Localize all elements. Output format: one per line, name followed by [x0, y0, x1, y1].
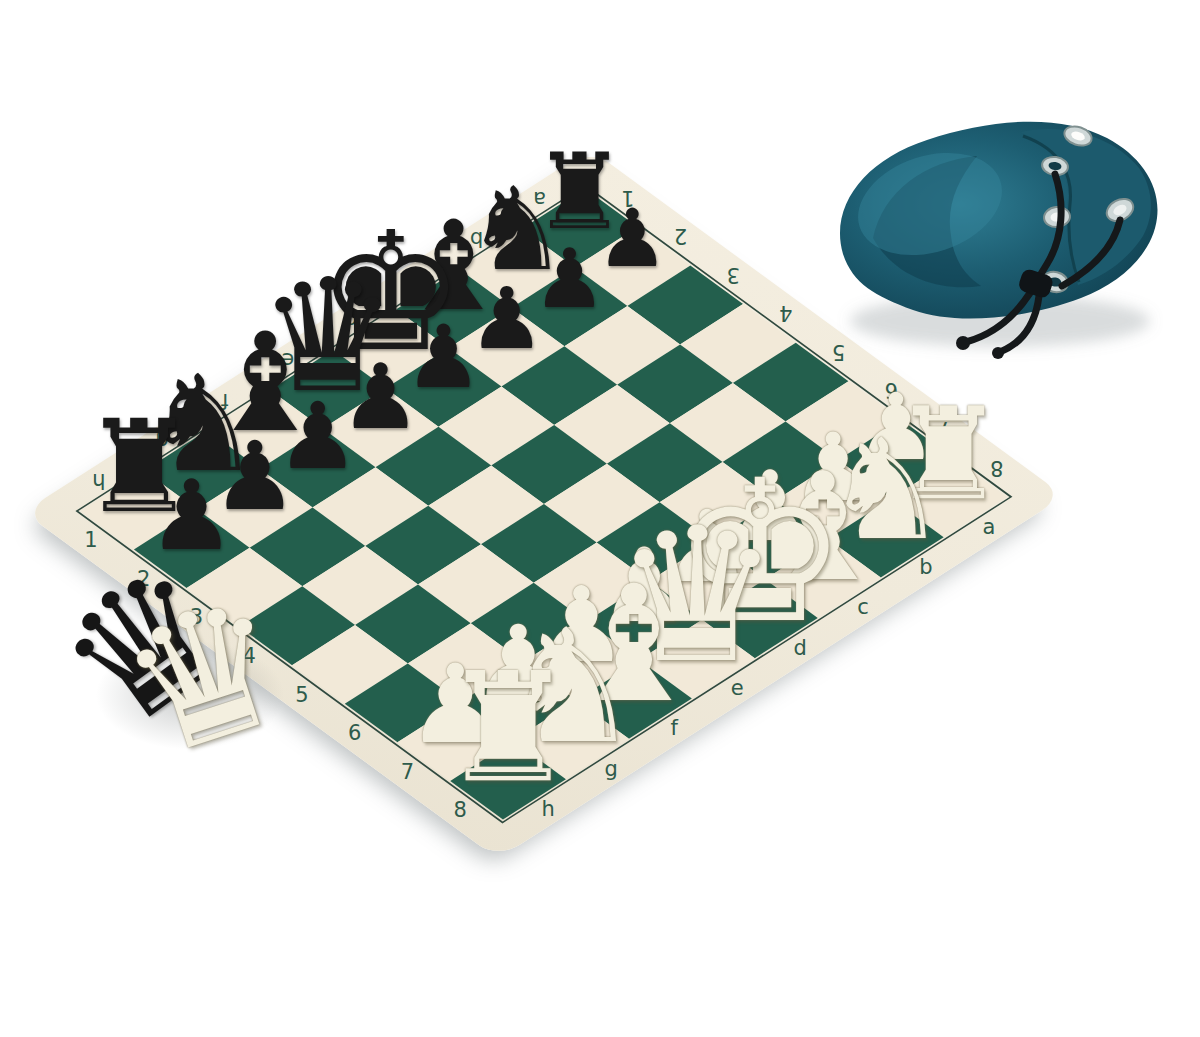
rank-label-hfile-6: 6 [348, 723, 361, 744]
chess-set-product-photo: 1122334455667788aabbccddeeffgghh ♜♞♝♚♛♝♞… [0, 0, 1200, 1037]
rank-label-afile-3: 3 [727, 264, 740, 285]
rank-label-afile-2: 2 [674, 225, 687, 246]
bag-cord-knot [956, 336, 970, 350]
piece-bag [815, 86, 1183, 374]
bag-illustration [815, 86, 1183, 374]
bag-cord-knot [992, 347, 1004, 359]
rank-label-afile-4: 4 [779, 302, 792, 323]
piece-black-pawn-a2[interactable]: ♟ [597, 199, 669, 279]
piece-white-rook-h8[interactable]: ♜ [440, 653, 575, 804]
